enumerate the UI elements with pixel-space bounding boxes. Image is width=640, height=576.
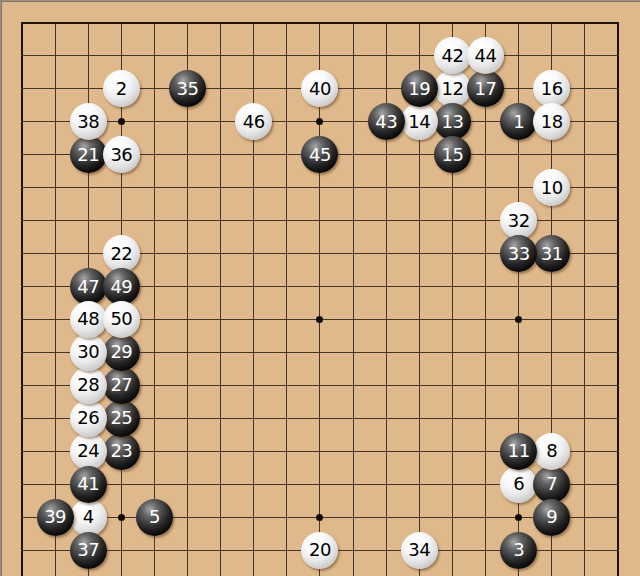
black-stone-17[interactable]: 17 [467,70,504,107]
black-stone-21[interactable]: 21 [70,136,107,173]
white-stone-6[interactable]: 6 [500,466,537,503]
black-stone-13[interactable]: 13 [434,103,471,140]
white-stone-20[interactable]: 20 [301,532,338,569]
grid-line-vertical [286,22,287,576]
grid-line-horizontal [21,55,619,56]
white-stone-4[interactable]: 4 [70,499,107,536]
grid-line-horizontal [21,22,619,24]
white-stone-30[interactable]: 30 [70,334,107,371]
star-point [118,514,125,521]
white-stone-22[interactable]: 22 [103,235,140,272]
black-stone-39[interactable]: 39 [37,499,74,536]
white-stone-26[interactable]: 26 [70,400,107,437]
white-stone-14[interactable]: 14 [401,103,438,140]
white-stone-44[interactable]: 44 [467,37,504,74]
black-stone-9[interactable]: 9 [533,499,570,536]
black-stone-7[interactable]: 7 [533,466,570,503]
black-stone-31[interactable]: 31 [533,235,570,272]
white-stone-34[interactable]: 34 [401,532,438,569]
star-point [118,118,125,125]
white-stone-8[interactable]: 8 [533,433,570,470]
star-point [515,316,522,323]
white-stone-28[interactable]: 28 [70,367,107,404]
white-stone-12[interactable]: 12 [434,70,471,107]
white-stone-32[interactable]: 32 [500,202,537,239]
white-stone-36[interactable]: 36 [103,136,140,173]
black-stone-25[interactable]: 25 [103,400,140,437]
grid-line-vertical [154,22,155,576]
window-bevel-top [0,0,640,2]
black-stone-29[interactable]: 29 [103,334,140,371]
grid-line-vertical [353,22,354,576]
black-stone-47[interactable]: 47 [70,268,107,305]
black-stone-33[interactable]: 33 [500,235,537,272]
black-stone-15[interactable]: 15 [434,136,471,173]
white-stone-16[interactable]: 16 [533,70,570,107]
white-stone-18[interactable]: 18 [533,103,570,140]
grid-line-vertical [617,22,619,576]
black-stone-43[interactable]: 43 [368,103,405,140]
black-stone-37[interactable]: 37 [70,532,107,569]
grid-line-horizontal [21,187,619,188]
black-stone-11[interactable]: 11 [500,433,537,470]
white-stone-48[interactable]: 48 [70,301,107,338]
star-point [316,514,323,521]
black-stone-35[interactable]: 35 [169,70,206,107]
white-stone-24[interactable]: 24 [70,433,107,470]
black-stone-23[interactable]: 23 [103,433,140,470]
black-stone-3[interactable]: 3 [500,532,537,569]
star-point [316,118,323,125]
white-stone-2[interactable]: 2 [103,70,140,107]
star-point [316,316,323,323]
black-stone-19[interactable]: 19 [401,70,438,107]
white-stone-50[interactable]: 50 [103,301,140,338]
white-stone-46[interactable]: 46 [235,103,272,140]
black-stone-45[interactable]: 45 [301,136,338,173]
white-stone-40[interactable]: 40 [301,70,338,107]
black-stone-5[interactable]: 5 [136,499,173,536]
black-stone-41[interactable]: 41 [70,466,107,503]
grid-line-vertical [21,22,23,576]
white-stone-38[interactable]: 38 [70,103,107,140]
black-stone-49[interactable]: 49 [103,268,140,305]
window-bevel-left [0,0,2,576]
grid-line-vertical [55,22,56,576]
star-point [515,514,522,521]
white-stone-10[interactable]: 10 [533,169,570,206]
black-stone-1[interactable]: 1 [500,103,537,140]
grid-line-vertical [584,22,585,576]
go-diagram-window: 1234567891011121314151617181920212223242… [0,0,640,576]
white-stone-42[interactable]: 42 [434,37,471,74]
go-board[interactable]: 1234567891011121314151617181920212223242… [0,0,640,576]
black-stone-27[interactable]: 27 [103,367,140,404]
grid-line-vertical [220,22,221,576]
